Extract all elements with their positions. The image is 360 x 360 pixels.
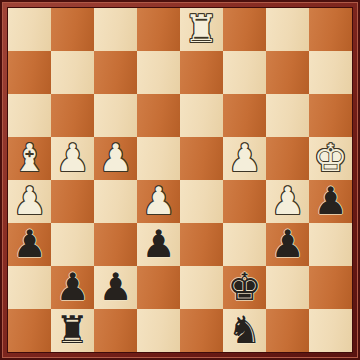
white-pawn[interactable]: ♟ [98,137,132,180]
square-h8[interactable] [309,8,352,51]
black-rook[interactable]: ♜ [55,309,89,352]
square-a1[interactable] [8,309,51,352]
square-d5[interactable] [137,137,180,180]
square-c6[interactable] [94,94,137,137]
square-e2[interactable] [180,266,223,309]
square-d3[interactable]: ♟ [137,223,180,266]
white-bishop[interactable]: ♝ [12,137,46,180]
square-e3[interactable] [180,223,223,266]
square-a3[interactable]: ♟ [8,223,51,266]
square-b2[interactable]: ♟ [51,266,94,309]
chess-board: ♜♝♟♟♟♚♟♟♟♟♟♟♟♟♟♚♜♞ [8,8,352,352]
white-pawn[interactable]: ♟ [55,137,89,180]
square-c7[interactable] [94,51,137,94]
square-g6[interactable] [266,94,309,137]
square-g2[interactable] [266,266,309,309]
black-pawn[interactable]: ♟ [98,266,132,309]
square-c8[interactable] [94,8,137,51]
black-pawn[interactable]: ♟ [55,266,89,309]
square-b7[interactable] [51,51,94,94]
square-h7[interactable] [309,51,352,94]
square-e6[interactable] [180,94,223,137]
square-f8[interactable] [223,8,266,51]
white-pawn[interactable]: ♟ [227,137,261,180]
square-g8[interactable] [266,8,309,51]
square-e7[interactable] [180,51,223,94]
black-pawn[interactable]: ♟ [12,223,46,266]
square-a2[interactable] [8,266,51,309]
square-b1[interactable]: ♜ [51,309,94,352]
black-king[interactable]: ♚ [227,266,261,309]
square-h6[interactable] [309,94,352,137]
square-h3[interactable] [309,223,352,266]
square-h4[interactable]: ♟ [309,180,352,223]
square-b3[interactable] [51,223,94,266]
square-a6[interactable] [8,94,51,137]
square-b4[interactable] [51,180,94,223]
square-e5[interactable] [180,137,223,180]
square-c5[interactable]: ♟ [94,137,137,180]
square-b8[interactable] [51,8,94,51]
white-pawn[interactable]: ♟ [270,180,304,223]
square-d6[interactable] [137,94,180,137]
square-g4[interactable]: ♟ [266,180,309,223]
white-pawn[interactable]: ♟ [141,180,175,223]
square-a7[interactable] [8,51,51,94]
square-h5[interactable]: ♚ [309,137,352,180]
square-h2[interactable] [309,266,352,309]
black-pawn[interactable]: ♟ [270,223,304,266]
square-c1[interactable] [94,309,137,352]
square-a8[interactable] [8,8,51,51]
square-d2[interactable] [137,266,180,309]
black-knight[interactable]: ♞ [227,309,261,352]
square-g7[interactable] [266,51,309,94]
white-king[interactable]: ♚ [313,137,347,180]
square-c2[interactable]: ♟ [94,266,137,309]
square-f1[interactable]: ♞ [223,309,266,352]
square-f4[interactable] [223,180,266,223]
square-b6[interactable] [51,94,94,137]
square-a5[interactable]: ♝ [8,137,51,180]
square-d4[interactable]: ♟ [137,180,180,223]
square-h1[interactable] [309,309,352,352]
square-d7[interactable] [137,51,180,94]
board-frame: ♜♝♟♟♟♚♟♟♟♟♟♟♟♟♟♚♜♞ [0,0,360,360]
white-pawn[interactable]: ♟ [12,180,46,223]
square-f5[interactable]: ♟ [223,137,266,180]
square-e4[interactable] [180,180,223,223]
square-c4[interactable] [94,180,137,223]
square-g5[interactable] [266,137,309,180]
square-f3[interactable] [223,223,266,266]
square-c3[interactable] [94,223,137,266]
white-rook[interactable]: ♜ [184,8,218,51]
black-pawn[interactable]: ♟ [313,180,347,223]
square-b5[interactable]: ♟ [51,137,94,180]
square-d1[interactable] [137,309,180,352]
square-e1[interactable] [180,309,223,352]
square-f6[interactable] [223,94,266,137]
square-a4[interactable]: ♟ [8,180,51,223]
square-f2[interactable]: ♚ [223,266,266,309]
square-g3[interactable]: ♟ [266,223,309,266]
square-f7[interactable] [223,51,266,94]
square-e8[interactable]: ♜ [180,8,223,51]
square-g1[interactable] [266,309,309,352]
square-d8[interactable] [137,8,180,51]
black-pawn[interactable]: ♟ [141,223,175,266]
